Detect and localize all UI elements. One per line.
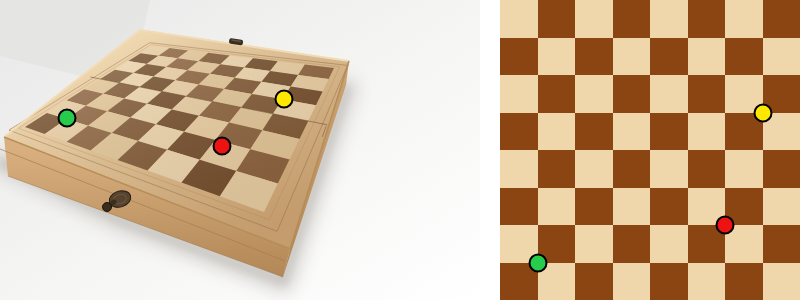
- square-f6: [688, 75, 726, 113]
- screenshot-root: [0, 0, 800, 300]
- diagram-board-panel: [500, 0, 800, 300]
- photo-green-marker: [59, 110, 76, 127]
- square-c4: [575, 150, 613, 188]
- square-c8: [575, 0, 613, 38]
- square-h4: [763, 150, 800, 188]
- square-e1: [650, 263, 688, 300]
- square-d2: [613, 225, 651, 263]
- square-b4: [538, 150, 576, 188]
- square-b7: [538, 38, 576, 76]
- square-e5: [650, 113, 688, 151]
- square-e8: [650, 0, 688, 38]
- square-c3: [575, 188, 613, 226]
- square-d3: [613, 188, 651, 226]
- square-e7: [650, 38, 688, 76]
- square-f5: [688, 113, 726, 151]
- square-g8: [725, 0, 763, 38]
- square-d7: [613, 38, 651, 76]
- clasp-toggle-knob: [103, 203, 112, 212]
- square-e2: [650, 225, 688, 263]
- square-a3: [500, 188, 538, 226]
- square-g1: [725, 263, 763, 300]
- square-g7: [725, 38, 763, 76]
- square-g4: [725, 150, 763, 188]
- square-h8: [763, 0, 800, 38]
- square-h3: [763, 188, 800, 226]
- green-marker: [528, 253, 547, 272]
- square-b3: [538, 188, 576, 226]
- square-f7: [688, 38, 726, 76]
- square-c1: [575, 263, 613, 300]
- photo-yellow-marker: [276, 91, 293, 108]
- square-b5: [538, 113, 576, 151]
- square-a6: [500, 75, 538, 113]
- photo-board-panel: [0, 0, 480, 300]
- square-d6: [613, 75, 651, 113]
- square-d5: [613, 113, 651, 151]
- yellow-marker: [753, 103, 772, 122]
- square-h2: [763, 225, 800, 263]
- square-c7: [575, 38, 613, 76]
- square-c5: [575, 113, 613, 151]
- square-f4: [688, 150, 726, 188]
- square-a8: [500, 0, 538, 38]
- square-d4: [613, 150, 651, 188]
- square-h1: [763, 263, 800, 300]
- square-a4: [500, 150, 538, 188]
- square-d1: [613, 263, 651, 300]
- square-c6: [575, 75, 613, 113]
- square-e6: [650, 75, 688, 113]
- square-b8: [538, 0, 576, 38]
- red-marker: [716, 216, 735, 235]
- square-d8: [613, 0, 651, 38]
- square-h7: [763, 38, 800, 76]
- square-c2: [575, 225, 613, 263]
- square-b6: [538, 75, 576, 113]
- square-f1: [688, 263, 726, 300]
- square-a7: [500, 38, 538, 76]
- photo-red-marker: [214, 138, 231, 155]
- square-e4: [650, 150, 688, 188]
- square-f8: [688, 0, 726, 38]
- square-e3: [650, 188, 688, 226]
- square-a5: [500, 113, 538, 151]
